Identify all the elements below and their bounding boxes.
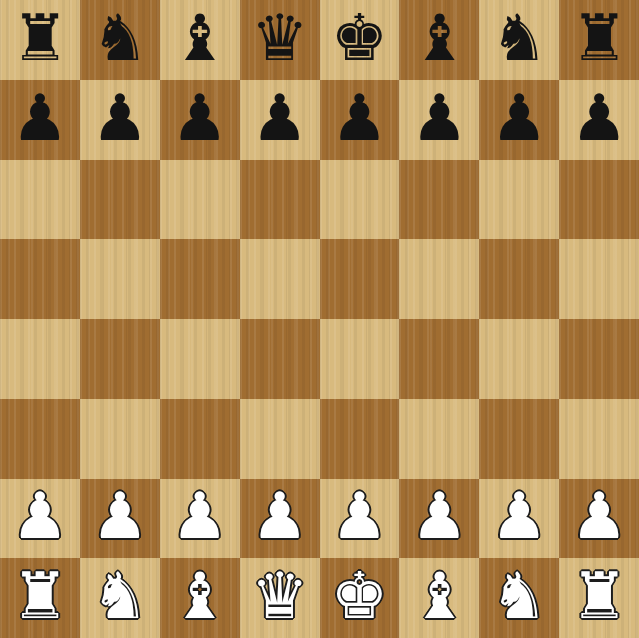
square-a2[interactable]: ♟ [0, 479, 80, 559]
piece-black-pawn[interactable]: ♟ [251, 86, 308, 150]
square-g7[interactable]: ♟ [479, 80, 559, 160]
square-a1[interactable]: ♜ [0, 558, 80, 638]
square-f8[interactable]: ♝ [399, 0, 479, 80]
square-d7[interactable]: ♟ [240, 80, 320, 160]
square-b7[interactable]: ♟ [80, 80, 160, 160]
piece-white-pawn[interactable]: ♟ [331, 484, 388, 548]
square-g8[interactable]: ♞ [479, 0, 559, 80]
piece-white-queen[interactable]: ♛ [251, 564, 308, 628]
square-e5[interactable] [320, 239, 400, 319]
square-h3[interactable] [559, 399, 639, 479]
square-h1[interactable]: ♜ [559, 558, 639, 638]
square-e2[interactable]: ♟ [320, 479, 400, 559]
square-e7[interactable]: ♟ [320, 80, 400, 160]
piece-white-king[interactable]: ♚ [331, 564, 388, 628]
square-b2[interactable]: ♟ [80, 479, 160, 559]
square-f6[interactable] [399, 160, 479, 240]
piece-black-pawn[interactable]: ♟ [11, 86, 68, 150]
square-h4[interactable] [559, 319, 639, 399]
square-c1[interactable]: ♝ [160, 558, 240, 638]
piece-black-knight[interactable]: ♞ [91, 6, 148, 70]
square-c5[interactable] [160, 239, 240, 319]
square-h8[interactable]: ♜ [559, 0, 639, 80]
square-d3[interactable] [240, 399, 320, 479]
square-g1[interactable]: ♞ [479, 558, 559, 638]
square-c6[interactable] [160, 160, 240, 240]
square-f4[interactable] [399, 319, 479, 399]
square-c4[interactable] [160, 319, 240, 399]
square-f1[interactable]: ♝ [399, 558, 479, 638]
square-d5[interactable] [240, 239, 320, 319]
square-d4[interactable] [240, 319, 320, 399]
piece-white-pawn[interactable]: ♟ [570, 484, 627, 548]
piece-black-pawn[interactable]: ♟ [171, 86, 228, 150]
square-a3[interactable] [0, 399, 80, 479]
square-b1[interactable]: ♞ [80, 558, 160, 638]
piece-white-rook[interactable]: ♜ [570, 564, 627, 628]
square-g4[interactable] [479, 319, 559, 399]
square-e8[interactable]: ♚ [320, 0, 400, 80]
square-f2[interactable]: ♟ [399, 479, 479, 559]
square-e3[interactable] [320, 399, 400, 479]
square-h6[interactable] [559, 160, 639, 240]
square-d2[interactable]: ♟ [240, 479, 320, 559]
piece-white-rook[interactable]: ♜ [11, 564, 68, 628]
square-f7[interactable]: ♟ [399, 80, 479, 160]
square-g3[interactable] [479, 399, 559, 479]
piece-white-pawn[interactable]: ♟ [91, 484, 148, 548]
square-b8[interactable]: ♞ [80, 0, 160, 80]
chessboard-container: ♜♞♝♛♚♝♞♜♟♟♟♟♟♟♟♟♟♟♟♟♟♟♟♟♜♞♝♛♚♝♞♜ [0, 0, 639, 638]
piece-white-pawn[interactable]: ♟ [171, 484, 228, 548]
piece-black-bishop[interactable]: ♝ [411, 6, 468, 70]
square-c7[interactable]: ♟ [160, 80, 240, 160]
square-e6[interactable] [320, 160, 400, 240]
piece-black-pawn[interactable]: ♟ [411, 86, 468, 150]
piece-black-king[interactable]: ♚ [331, 6, 388, 70]
piece-white-knight[interactable]: ♞ [491, 564, 548, 628]
square-d8[interactable]: ♛ [240, 0, 320, 80]
square-d1[interactable]: ♛ [240, 558, 320, 638]
piece-black-pawn[interactable]: ♟ [91, 86, 148, 150]
square-h5[interactable] [559, 239, 639, 319]
square-c3[interactable] [160, 399, 240, 479]
square-h2[interactable]: ♟ [559, 479, 639, 559]
square-g2[interactable]: ♟ [479, 479, 559, 559]
square-f5[interactable] [399, 239, 479, 319]
square-g5[interactable] [479, 239, 559, 319]
piece-white-pawn[interactable]: ♟ [251, 484, 308, 548]
square-c8[interactable]: ♝ [160, 0, 240, 80]
square-g6[interactable] [479, 160, 559, 240]
square-a7[interactable]: ♟ [0, 80, 80, 160]
square-h7[interactable]: ♟ [559, 80, 639, 160]
piece-white-pawn[interactable]: ♟ [411, 484, 468, 548]
square-b3[interactable] [80, 399, 160, 479]
piece-black-pawn[interactable]: ♟ [491, 86, 548, 150]
piece-white-bishop[interactable]: ♝ [171, 564, 228, 628]
square-e4[interactable] [320, 319, 400, 399]
square-b4[interactable] [80, 319, 160, 399]
square-d6[interactable] [240, 160, 320, 240]
piece-white-pawn[interactable]: ♟ [491, 484, 548, 548]
square-b5[interactable] [80, 239, 160, 319]
piece-white-pawn[interactable]: ♟ [11, 484, 68, 548]
square-a8[interactable]: ♜ [0, 0, 80, 80]
square-a5[interactable] [0, 239, 80, 319]
piece-white-bishop[interactable]: ♝ [411, 564, 468, 628]
piece-black-pawn[interactable]: ♟ [570, 86, 627, 150]
piece-black-queen[interactable]: ♛ [251, 6, 308, 70]
chessboard: ♜♞♝♛♚♝♞♜♟♟♟♟♟♟♟♟♟♟♟♟♟♟♟♟♜♞♝♛♚♝♞♜ [0, 0, 639, 638]
square-b6[interactable] [80, 160, 160, 240]
piece-black-rook[interactable]: ♜ [11, 6, 68, 70]
piece-white-knight[interactable]: ♞ [91, 564, 148, 628]
square-a6[interactable] [0, 160, 80, 240]
piece-black-rook[interactable]: ♜ [570, 6, 627, 70]
piece-black-pawn[interactable]: ♟ [331, 86, 388, 150]
square-a4[interactable] [0, 319, 80, 399]
square-f3[interactable] [399, 399, 479, 479]
piece-black-bishop[interactable]: ♝ [171, 6, 228, 70]
piece-black-knight[interactable]: ♞ [491, 6, 548, 70]
square-e1[interactable]: ♚ [320, 558, 400, 638]
square-c2[interactable]: ♟ [160, 479, 240, 559]
